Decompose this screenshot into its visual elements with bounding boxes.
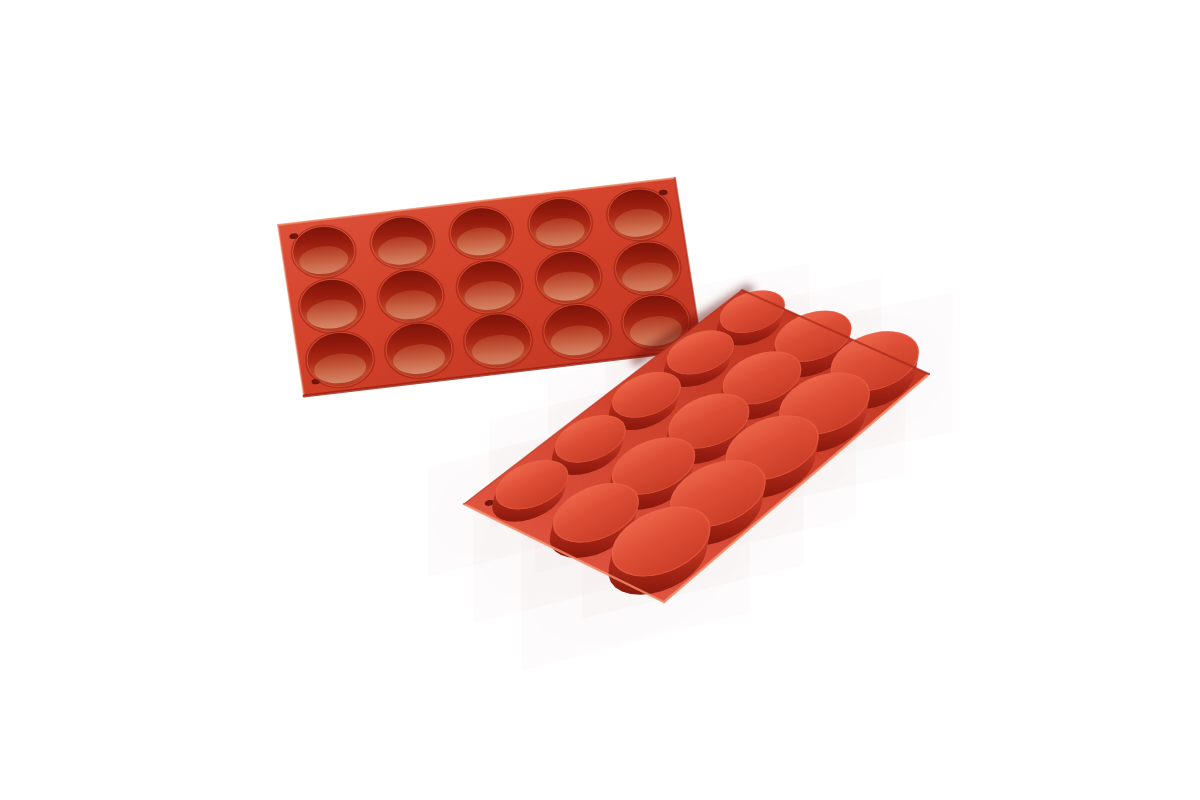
mold-cavity bbox=[528, 197, 592, 251]
mold-cavity bbox=[306, 331, 375, 388]
photo-svg bbox=[0, 0, 1200, 800]
mold-cavity bbox=[292, 225, 356, 279]
mold-cavity bbox=[607, 188, 671, 241]
mold-cavity bbox=[456, 259, 522, 314]
mold-cavity bbox=[464, 312, 533, 369]
product-photo: Two terracotta-red flexible silicone bak… bbox=[0, 0, 1200, 800]
mold-cavity bbox=[385, 322, 454, 379]
mold-cavity bbox=[535, 250, 601, 305]
mold-cavity bbox=[378, 269, 444, 324]
mold-cavity bbox=[370, 216, 434, 270]
mold-cavity bbox=[543, 303, 612, 360]
mold-cavity bbox=[614, 241, 681, 296]
mold-cavity bbox=[299, 278, 365, 333]
mold-cavity bbox=[449, 206, 513, 260]
